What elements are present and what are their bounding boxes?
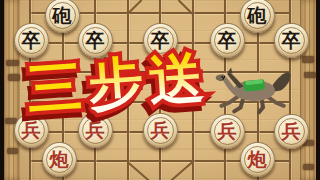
wood-knot: [302, 56, 314, 63]
wood-knot: [304, 72, 316, 78]
piece-glyph: 卒: [22, 31, 41, 50]
wood-knot: [8, 74, 20, 81]
piece-glyph: 砲: [53, 6, 72, 25]
piece-glyph: 炮: [50, 150, 69, 169]
title-char-2: 步: [86, 49, 151, 117]
xiangqi-thumbnail: 砲砲卒卒卒卒卒兵兵兵兵兵炮炮 三步送 三步送 三步送: [0, 0, 320, 180]
piece-glyph: 兵: [282, 122, 301, 141]
piece-black-soldier-1[interactable]: 卒: [14, 23, 49, 58]
piece-red-soldier-5[interactable]: 兵: [274, 114, 309, 149]
piece-glyph: 卒: [218, 31, 237, 50]
title-fill-layer: 三步送: [25, 46, 212, 121]
piece-black-soldier-4[interactable]: 卒: [210, 23, 245, 58]
piece-black-cannon-right[interactable]: 砲: [240, 0, 275, 33]
wood-knot: [303, 164, 314, 170]
wood-knot: [7, 148, 18, 154]
dark-edge-right: [316, 0, 320, 180]
piece-black-cannon-left[interactable]: 砲: [45, 0, 80, 33]
title-overlay: 三步送 三步送 三步送: [25, 46, 212, 121]
piece-glyph: 砲: [248, 6, 267, 25]
piece-red-cannon-left[interactable]: 炮: [42, 142, 77, 177]
piece-glyph: 卒: [282, 31, 301, 50]
galloping-horse-icon: [214, 61, 296, 117]
piece-red-cannon-right[interactable]: 炮: [240, 142, 275, 177]
dark-edge-left: [0, 0, 4, 180]
piece-glyph: 炮: [248, 150, 267, 169]
title-char-3: 送: [147, 45, 212, 113]
piece-glyph: 兵: [86, 121, 105, 140]
piece-glyph: 兵: [218, 122, 237, 141]
piece-black-soldier-5[interactable]: 卒: [274, 23, 309, 58]
piece-glyph: 兵: [151, 121, 170, 140]
title-char-1: 三: [25, 53, 90, 121]
piece-red-soldier-4[interactable]: 兵: [210, 114, 245, 149]
wood-knot: [6, 60, 19, 66]
piece-glyph: 卒: [86, 31, 105, 50]
